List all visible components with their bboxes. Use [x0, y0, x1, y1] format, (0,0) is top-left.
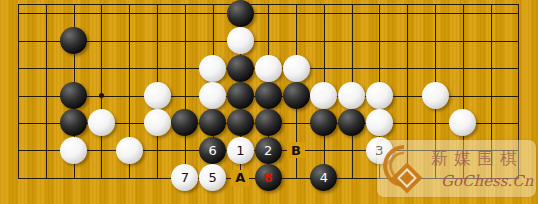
- white-stone: [366, 109, 393, 136]
- grid-line: [46, 4, 47, 178]
- white-stone: [88, 109, 115, 136]
- black-stone: [171, 109, 198, 136]
- black-stone: 8: [255, 164, 282, 191]
- white-stone: [199, 55, 226, 82]
- white-stone: [199, 82, 226, 109]
- gochess-seal-icon: [379, 143, 429, 195]
- black-stone: [199, 109, 226, 136]
- star-point: [99, 93, 104, 98]
- black-stone: [227, 109, 254, 136]
- point-label: B: [287, 142, 305, 158]
- white-stone: [116, 137, 143, 164]
- white-stone: [144, 109, 171, 136]
- logo-chinese-text: 新媒围棋: [431, 147, 523, 170]
- white-stone: [227, 27, 254, 54]
- white-stone: [338, 82, 365, 109]
- white-stone: [449, 109, 476, 136]
- white-stone: [422, 82, 449, 109]
- grid-line: [18, 4, 19, 178]
- white-stone: [283, 55, 310, 82]
- grid-line: [18, 41, 519, 42]
- grid-line: [185, 4, 186, 178]
- point-label: A: [231, 170, 249, 186]
- grid-line: [18, 13, 519, 14]
- black-stone: [338, 109, 365, 136]
- logo-url-text: GoChess.Cn: [441, 172, 533, 190]
- black-stone: 2: [255, 137, 282, 164]
- black-stone: 4: [310, 164, 337, 191]
- black-stone: [60, 82, 87, 109]
- white-stone: [255, 55, 282, 82]
- white-stone: [60, 137, 87, 164]
- black-stone: [255, 109, 282, 136]
- black-stone: [310, 109, 337, 136]
- black-stone: [255, 82, 282, 109]
- crop-border-line: [18, 4, 519, 5]
- black-stone: [60, 109, 87, 136]
- white-stone: [366, 82, 393, 109]
- black-stone: [227, 55, 254, 82]
- black-stone: [283, 82, 310, 109]
- white-stone: 5: [199, 164, 226, 191]
- white-stone: [310, 82, 337, 109]
- black-stone: [227, 82, 254, 109]
- grid-line: [101, 4, 102, 178]
- white-stone: 1: [227, 137, 254, 164]
- black-stone: 6: [199, 137, 226, 164]
- white-stone: 7: [171, 164, 198, 191]
- white-stone: [144, 82, 171, 109]
- go-diagram: 612B375A84 新媒围棋 GoChess.Cn: [0, 0, 538, 204]
- black-stone: [227, 0, 254, 27]
- black-stone: [60, 27, 87, 54]
- gochess-logo: 新媒围棋 GoChess.Cn: [377, 140, 536, 197]
